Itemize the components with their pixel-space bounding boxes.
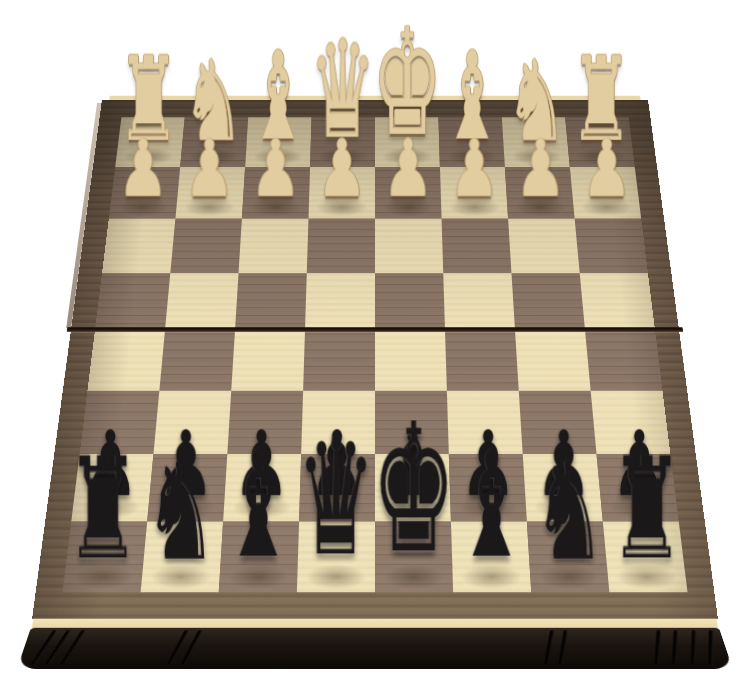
square-f4: [445, 330, 519, 390]
square-f6: [442, 218, 512, 272]
square-a1: ♜: [62, 521, 147, 592]
square-c7: ♟: [242, 167, 310, 219]
square-c1: ♝: [219, 521, 299, 592]
square-f5: [443, 273, 515, 330]
white-pawn: ♟: [184, 130, 234, 209]
square-c6: [239, 218, 309, 272]
white-pawn: ♟: [449, 130, 499, 209]
square-e4: [375, 330, 447, 390]
black-bishop: ♝: [456, 432, 528, 579]
square-b6: [170, 218, 242, 272]
square-d1: ♛: [297, 521, 375, 592]
board-frame: ♜♞♝♛♚♝♞♜♟♟♟♟♟♟♟♟♟♟♟♟♟♟♟♟♜♞♝♛♚♝♞♜: [32, 100, 718, 619]
square-h1: ♜: [603, 521, 688, 592]
black-knight: ♞: [533, 444, 607, 579]
black-rook: ♜: [65, 439, 140, 579]
square-b1: ♞: [141, 521, 224, 592]
square-a7: ♟: [109, 167, 180, 219]
square-c4: [231, 330, 305, 390]
square-b4: [159, 330, 235, 390]
square-d7: ♟: [308, 167, 375, 219]
square-e5: [375, 273, 445, 330]
black-rook: ♜: [609, 439, 684, 579]
square-e7: ♟: [375, 167, 442, 219]
black-queen: ♛: [296, 417, 376, 579]
black-bishop: ♝: [223, 432, 295, 579]
square-d5: [305, 273, 375, 330]
square-h7: ♟: [570, 167, 641, 219]
square-d6: [307, 218, 375, 272]
square-a4: [88, 330, 165, 390]
white-pawn: ♟: [383, 130, 433, 209]
square-c5: [235, 273, 307, 330]
spine-groove: [558, 630, 568, 665]
square-h5: [580, 273, 655, 330]
square-b5: [165, 273, 239, 330]
square-g5: [511, 273, 585, 330]
black-king: ♚: [372, 401, 457, 579]
board-edge-banding-bottom: [32, 619, 718, 628]
board-spine: [17, 628, 733, 669]
chess-board: ♜♞♝♛♚♝♞♜♟♟♟♟♟♟♟♟♟♟♟♟♟♟♟♟♜♞♝♛♚♝♞♜: [32, 100, 718, 619]
white-pawn: ♟: [251, 130, 301, 209]
spine-groove: [672, 630, 678, 665]
spine-groove: [30, 630, 57, 665]
square-f7: ♟: [440, 167, 508, 219]
spine-groove: [690, 630, 696, 665]
spine-groove: [654, 630, 661, 665]
spine-groove: [544, 630, 554, 665]
black-knight: ♞: [144, 444, 218, 579]
square-g6: [508, 218, 580, 272]
board-grid: ♜♞♝♛♚♝♞♜♟♟♟♟♟♟♟♟♟♟♟♟♟♟♟♟♜♞♝♛♚♝♞♜: [62, 117, 687, 592]
white-pawn: ♟: [118, 130, 168, 209]
square-g1: ♞: [527, 521, 610, 592]
square-h6: [575, 218, 648, 272]
square-b7: ♟: [175, 167, 245, 219]
square-a6: [102, 218, 175, 272]
square-e1: ♚: [375, 521, 453, 592]
square-f1: ♝: [451, 521, 531, 592]
square-e6: [375, 218, 443, 272]
product-photo-scene: ♜♞♝♛♚♝♞♜♟♟♟♟♟♟♟♟♟♟♟♟♟♟♟♟♜♞♝♛♚♝♞♜: [0, 0, 750, 700]
spine-groove: [708, 630, 713, 665]
white-pawn: ♟: [516, 130, 566, 209]
white-pawn: ♟: [317, 130, 367, 209]
square-h4: [585, 330, 662, 390]
square-a5: [95, 273, 170, 330]
square-g4: [515, 330, 591, 390]
square-d4: [303, 330, 375, 390]
square-g7: ♟: [505, 167, 575, 219]
white-pawn: ♟: [582, 130, 632, 209]
